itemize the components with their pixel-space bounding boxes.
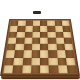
- square-e2[interactable]: [40, 57, 49, 65]
- square-h6[interactable]: [63, 31, 71, 37]
- square-c1[interactable]: [22, 65, 31, 73]
- square-c4[interactable]: [23, 43, 32, 50]
- square-h2[interactable]: [66, 57, 76, 65]
- square-d3[interactable]: [31, 50, 40, 57]
- square-e3[interactable]: [40, 50, 49, 57]
- square-d5[interactable]: [32, 37, 40, 43]
- square-d1[interactable]: [31, 65, 40, 73]
- square-h5[interactable]: [63, 37, 72, 43]
- square-h3[interactable]: [65, 50, 74, 57]
- square-c5[interactable]: [24, 37, 32, 43]
- square-d6[interactable]: [32, 31, 40, 37]
- square-h8[interactable]: [62, 20, 70, 25]
- chess-board: [0, 18, 80, 75]
- square-h1[interactable]: [67, 65, 77, 73]
- product-photo-scene: [0, 0, 80, 80]
- square-h4[interactable]: [64, 43, 73, 50]
- square-e1[interactable]: [40, 65, 49, 73]
- square-e4[interactable]: [40, 43, 48, 50]
- square-d8[interactable]: [33, 20, 40, 25]
- board-front-edge: [1, 76, 80, 79]
- square-d7[interactable]: [32, 25, 40, 31]
- hinge-clasp-icon: [33, 11, 42, 13]
- square-c3[interactable]: [23, 50, 32, 57]
- chess-board-grid: [3, 20, 76, 73]
- square-h7[interactable]: [62, 25, 70, 31]
- square-d4[interactable]: [32, 43, 40, 50]
- square-c2[interactable]: [22, 57, 31, 65]
- square-c6[interactable]: [24, 31, 32, 37]
- square-d2[interactable]: [31, 57, 40, 65]
